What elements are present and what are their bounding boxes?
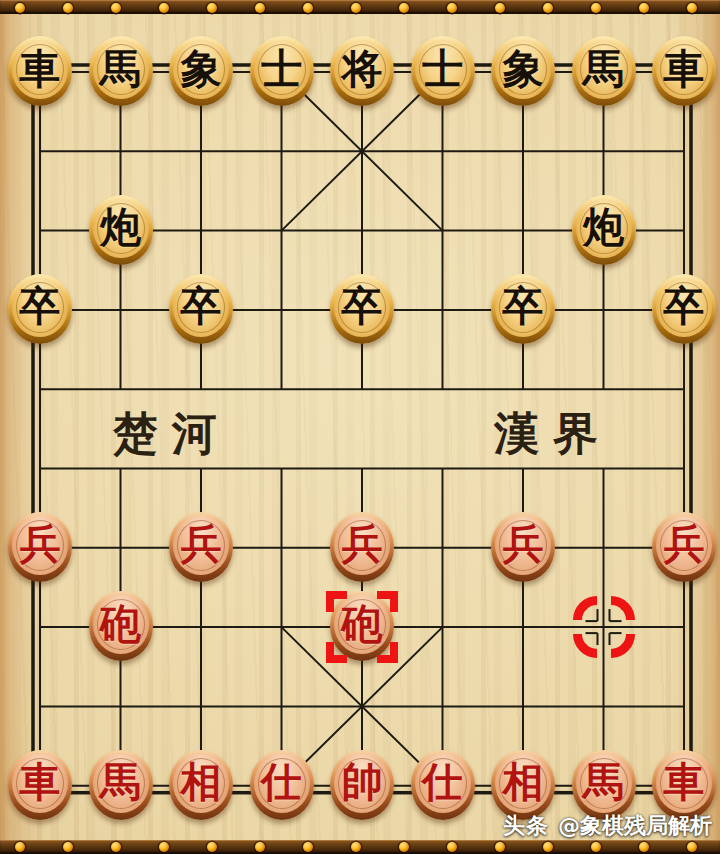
piece-black-advisor[interactable]: 士 [250,36,314,106]
piece-red-advisor[interactable]: 仕 [250,750,314,820]
rivet-icon [399,842,409,852]
piece-black-horse[interactable]: 馬 [89,36,153,106]
piece-black-soldier[interactable]: 卒 [330,274,394,344]
piece-glyph: 馬 [100,762,141,807]
piece-black-soldier[interactable]: 卒 [8,274,72,344]
piece-glyph: 兵 [664,524,705,569]
rivet-icon [207,842,217,852]
rivet-icon [447,842,457,852]
rivet-icon [159,842,169,852]
piece-glyph: 仕 [422,762,463,807]
piece-glyph: 車 [20,49,61,94]
piece-glyph: 兵 [20,524,61,569]
piece-glyph: 卒 [664,286,705,331]
rivet-icon [255,842,265,852]
piece-glyph: 相 [503,762,544,807]
piece-glyph: 馬 [583,49,624,94]
piece-glyph: 卒 [20,286,61,331]
piece-red-advisor[interactable]: 仕 [411,750,475,820]
piece-glyph: 卒 [342,286,383,331]
rivet-icon [591,842,601,852]
piece-glyph: 仕 [261,762,302,807]
rivet-icon [63,842,73,852]
rivet-icon [303,842,313,852]
piece-red-horse[interactable]: 馬 [89,750,153,820]
piece-glyph: 兵 [342,524,383,569]
piece-glyph: 兵 [181,524,222,569]
piece-glyph: 象 [181,49,222,94]
piece-glyph: 馬 [583,762,624,807]
piece-red-soldier[interactable]: 兵 [169,512,233,582]
board-grid[interactable] [0,0,720,854]
piece-black-cannon[interactable]: 炮 [572,195,636,265]
piece-red-elephant[interactable]: 相 [169,750,233,820]
piece-black-elephant[interactable]: 象 [491,36,555,106]
piece-glyph: 兵 [503,524,544,569]
piece-black-general[interactable]: 将 [330,36,394,106]
rivet-icon [351,842,361,852]
piece-red-chariot[interactable]: 車 [8,750,72,820]
piece-red-soldier[interactable]: 兵 [652,512,716,582]
piece-glyph: 将 [342,49,383,94]
piece-red-elephant[interactable]: 相 [491,750,555,820]
piece-glyph: 帥 [342,762,383,807]
piece-red-soldier[interactable]: 兵 [8,512,72,582]
piece-glyph: 卒 [181,286,222,331]
piece-glyph: 炮 [100,207,141,252]
piece-black-horse[interactable]: 馬 [572,36,636,106]
piece-glyph: 車 [20,762,61,807]
piece-black-soldier[interactable]: 卒 [491,274,555,344]
piece-black-advisor[interactable]: 士 [411,36,475,106]
piece-glyph: 相 [181,762,222,807]
rivet-icon [495,842,505,852]
piece-red-cannon[interactable]: 砲 [330,591,394,661]
piece-glyph: 車 [664,49,705,94]
rivet-icon [111,842,121,852]
board-frame-bottom [0,840,720,854]
piece-glyph: 卒 [503,286,544,331]
piece-glyph: 馬 [100,49,141,94]
piece-black-soldier[interactable]: 卒 [169,274,233,344]
piece-glyph: 炮 [583,207,624,252]
rivet-icon [687,842,697,852]
piece-red-horse[interactable]: 馬 [572,750,636,820]
piece-glyph: 士 [422,49,463,94]
piece-black-cannon[interactable]: 炮 [89,195,153,265]
piece-black-elephant[interactable]: 象 [169,36,233,106]
piece-black-chariot[interactable]: 車 [652,36,716,106]
piece-red-general[interactable]: 帥 [330,750,394,820]
piece-glyph: 砲 [342,604,383,649]
piece-black-soldier[interactable]: 卒 [652,274,716,344]
piece-red-cannon[interactable]: 砲 [89,591,153,661]
piece-glyph: 砲 [100,604,141,649]
piece-glyph: 士 [261,49,302,94]
piece-red-chariot[interactable]: 車 [652,750,716,820]
rivet-icon [639,842,649,852]
rivet-icon [15,842,25,852]
rivet-icon [543,842,553,852]
piece-glyph: 象 [503,49,544,94]
piece-black-chariot[interactable]: 車 [8,36,72,106]
piece-glyph: 車 [664,762,705,807]
piece-red-soldier[interactable]: 兵 [491,512,555,582]
xiangqi-board-app: 楚河 漢界 車馬象士将士象馬車炮炮卒卒卒卒卒兵兵兵兵兵砲砲車馬相仕帥仕相馬車 头… [0,0,720,854]
piece-red-soldier[interactable]: 兵 [330,512,394,582]
